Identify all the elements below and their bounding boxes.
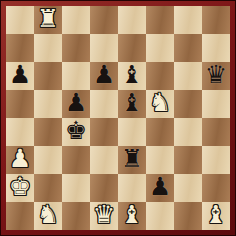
black-pawn-d6[interactable]: ♟ (93, 62, 115, 89)
square-d3[interactable] (90, 146, 118, 174)
square-e7[interactable] (118, 34, 146, 62)
square-d5[interactable] (90, 90, 118, 118)
square-f7[interactable] (146, 34, 174, 62)
black-bishop-e6[interactable]: ♝ (121, 62, 143, 89)
square-f3[interactable] (146, 146, 174, 174)
square-c8[interactable] (62, 6, 90, 34)
square-h1[interactable]: ♝ (202, 202, 230, 230)
square-b5[interactable] (34, 90, 62, 118)
square-a2[interactable]: ♚ (6, 174, 34, 202)
square-g4[interactable] (174, 118, 202, 146)
square-d2[interactable] (90, 174, 118, 202)
white-queen-d1[interactable]: ♛ (93, 202, 115, 229)
square-a8[interactable] (6, 6, 34, 34)
square-g5[interactable] (174, 90, 202, 118)
square-f2[interactable]: ♟ (146, 174, 174, 202)
square-e2[interactable] (118, 174, 146, 202)
black-bishop-e5[interactable]: ♝ (121, 90, 143, 117)
black-pawn-a6[interactable]: ♟ (9, 62, 31, 89)
square-b4[interactable] (34, 118, 62, 146)
square-f6[interactable] (146, 62, 174, 90)
square-h7[interactable] (202, 34, 230, 62)
white-knight-b1[interactable]: ♞ (37, 202, 59, 229)
square-a4[interactable] (6, 118, 34, 146)
square-b1[interactable]: ♞ (34, 202, 62, 230)
square-b3[interactable] (34, 146, 62, 174)
square-c6[interactable] (62, 62, 90, 90)
square-e4[interactable] (118, 118, 146, 146)
square-g1[interactable] (174, 202, 202, 230)
square-a5[interactable] (6, 90, 34, 118)
square-c4[interactable]: ♚ (62, 118, 90, 146)
square-g7[interactable] (174, 34, 202, 62)
square-f1[interactable] (146, 202, 174, 230)
square-c3[interactable] (62, 146, 90, 174)
square-g2[interactable] (174, 174, 202, 202)
square-a1[interactable] (6, 202, 34, 230)
black-rook-e3[interactable]: ♜ (121, 146, 143, 173)
square-h8[interactable] (202, 6, 230, 34)
square-e5[interactable]: ♝ (118, 90, 146, 118)
white-pawn-a3[interactable]: ♟ (9, 146, 31, 173)
black-king-c4[interactable]: ♚ (65, 118, 87, 145)
board: ♜♟♟♝♛♟♝♞♚♟♜♚♟♞♛♝♝ (6, 6, 230, 230)
square-c1[interactable] (62, 202, 90, 230)
square-d6[interactable]: ♟ (90, 62, 118, 90)
square-h3[interactable] (202, 146, 230, 174)
square-e1[interactable]: ♝ (118, 202, 146, 230)
square-a3[interactable]: ♟ (6, 146, 34, 174)
square-b7[interactable] (34, 34, 62, 62)
black-queen-h6[interactable]: ♛ (205, 62, 227, 89)
square-a6[interactable]: ♟ (6, 62, 34, 90)
white-king-a2[interactable]: ♚ (9, 174, 31, 201)
square-e3[interactable]: ♜ (118, 146, 146, 174)
square-b8[interactable]: ♜ (34, 6, 62, 34)
white-bishop-e1[interactable]: ♝ (121, 202, 143, 229)
white-rook-b8[interactable]: ♜ (37, 6, 59, 33)
square-g6[interactable] (174, 62, 202, 90)
square-h5[interactable] (202, 90, 230, 118)
square-d8[interactable] (90, 6, 118, 34)
square-e8[interactable] (118, 6, 146, 34)
square-f4[interactable] (146, 118, 174, 146)
board-frame: ♜♟♟♝♛♟♝♞♚♟♜♚♟♞♛♝♝ (0, 0, 236, 236)
square-h4[interactable] (202, 118, 230, 146)
square-c2[interactable] (62, 174, 90, 202)
square-c7[interactable] (62, 34, 90, 62)
square-f5[interactable]: ♞ (146, 90, 174, 118)
square-g3[interactable] (174, 146, 202, 174)
black-pawn-f2[interactable]: ♟ (149, 174, 171, 201)
square-b6[interactable] (34, 62, 62, 90)
black-pawn-c5[interactable]: ♟ (65, 90, 87, 117)
square-b2[interactable] (34, 174, 62, 202)
white-knight-f5[interactable]: ♞ (149, 90, 171, 117)
square-h2[interactable] (202, 174, 230, 202)
square-d1[interactable]: ♛ (90, 202, 118, 230)
square-c5[interactable]: ♟ (62, 90, 90, 118)
square-e6[interactable]: ♝ (118, 62, 146, 90)
square-a7[interactable] (6, 34, 34, 62)
square-h6[interactable]: ♛ (202, 62, 230, 90)
square-f8[interactable] (146, 6, 174, 34)
white-bishop-h1[interactable]: ♝ (205, 202, 227, 229)
square-d7[interactable] (90, 34, 118, 62)
square-d4[interactable] (90, 118, 118, 146)
square-g8[interactable] (174, 6, 202, 34)
